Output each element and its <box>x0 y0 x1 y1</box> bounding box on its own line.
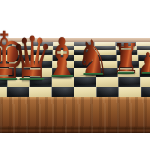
piece-pawn: ♟ <box>135 49 150 79</box>
knight-green-felt <box>83 73 103 75</box>
rook-green-felt <box>118 72 134 74</box>
chess-set-photo: ♚♛♝♞♜♟ ♚♛♝♞♜♟ <box>0 0 150 150</box>
board-front-walnut-frame: ♚♛♝♞♜♟ <box>0 97 150 133</box>
pawn-green-felt <box>142 72 150 74</box>
studio-background <box>0 133 150 150</box>
bishop-frame-reflection: ♝ <box>45 97 80 98</box>
pawn-frame-reflection: ♟ <box>139 97 150 98</box>
rook-frame-reflection: ♜ <box>113 97 139 98</box>
knight-frame-reflection: ♞ <box>78 97 109 98</box>
bishop-green-felt <box>51 75 73 77</box>
